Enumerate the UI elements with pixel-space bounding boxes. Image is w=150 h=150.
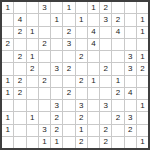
empty-cell-r2c3[interactable] [27,14,38,25]
empty-cell-r8c7[interactable] [76,88,87,99]
clue-cell-r11c5: 2 [51,125,62,136]
clue-cell-r12c12: 1 [137,137,148,148]
clue-cell-r4c1: 2 [2,39,13,50]
clue-cell-r2c10: 2 [112,14,123,25]
empty-cell-r4c11[interactable] [125,39,136,50]
empty-cell-r9c4[interactable] [39,100,50,111]
clue-cell-r6c12: 2 [137,63,148,74]
empty-cell-r2c1[interactable] [2,14,13,25]
clue-cell-r6c5: 3 [51,63,62,74]
empty-cell-r4c9[interactable] [100,39,111,50]
empty-cell-r11c6[interactable] [63,125,74,136]
empty-cell-r1c7[interactable] [76,2,87,13]
clue-cell-r9c12: 1 [137,100,148,111]
empty-cell-r7c6[interactable] [63,76,74,87]
clue-cell-r7c1: 1 [2,76,13,87]
empty-cell-r3c5[interactable] [51,27,62,38]
empty-cell-r12c3[interactable] [27,137,38,148]
clue-cell-r10c7: 2 [76,112,87,123]
clue-cell-r10c3: 1 [27,112,38,123]
empty-cell-r12c6[interactable] [63,137,74,148]
empty-cell-r6c8[interactable] [88,63,99,74]
empty-cell-r3c1[interactable] [2,27,13,38]
empty-cell-r5c4[interactable] [39,51,50,62]
clue-cell-r10c5: 2 [51,112,62,123]
clue-cell-r3c10: 4 [112,27,123,38]
clue-cell-r3c6: 2 [63,27,74,38]
empty-cell-r12c1[interactable] [2,137,13,148]
clue-cell-r4c8: 4 [88,39,99,50]
empty-cell-r6c10[interactable] [112,63,123,74]
clue-cell-r3c8: 4 [88,27,99,38]
empty-cell-r4c3[interactable] [27,39,38,50]
clue-cell-r3c12: 1 [137,27,148,38]
clue-cell-r7c7: 2 [76,76,87,87]
empty-cell-r8c12[interactable] [137,88,148,99]
empty-cell-r3c7[interactable] [76,27,87,38]
empty-cell-r1c5[interactable] [51,2,62,13]
clue-cell-r1c4: 3 [39,2,50,13]
empty-cell-r4c5[interactable] [51,39,62,50]
empty-cell-r8c9[interactable] [100,88,111,99]
clue-cell-r6c6: 2 [63,63,74,74]
empty-cell-r4c2[interactable] [14,39,25,50]
clue-cell-r4c6: 3 [63,39,74,50]
clue-cell-r8c2: 2 [14,88,25,99]
empty-cell-r8c8[interactable] [88,88,99,99]
clue-cell-r11c9: 2 [100,125,111,136]
empty-cell-r11c10[interactable] [112,125,123,136]
clue-cell-r5c11: 3 [125,51,136,62]
empty-cell-r12c2[interactable] [14,137,25,148]
clue-cell-r1c1: 1 [2,2,13,13]
clue-cell-r11c4: 3 [39,125,50,136]
clue-cell-r2c12: 1 [137,14,148,25]
empty-cell-r7c3[interactable] [27,76,38,87]
empty-cell-r9c2[interactable] [14,100,25,111]
clue-cell-r2c9: 3 [100,14,111,25]
empty-cell-r7c5[interactable] [51,76,62,87]
clue-cell-r1c9: 2 [100,2,111,13]
clue-cell-r6c11: 3 [125,63,136,74]
clue-cell-r8c10: 2 [112,88,123,99]
empty-cell-r6c2[interactable] [14,63,25,74]
empty-cell-r11c12[interactable] [137,125,148,136]
empty-cell-r12c10[interactable] [112,137,123,148]
empty-cell-r9c6[interactable] [63,100,74,111]
empty-cell-r2c6[interactable] [63,14,74,25]
clue-cell-r12c7: 2 [76,137,87,148]
clue-cell-r8c1: 1 [2,88,13,99]
clue-cell-r11c1: 1 [2,125,13,136]
empty-cell-r6c1[interactable] [2,63,13,74]
empty-cell-r6c7[interactable] [76,63,87,74]
empty-cell-r9c11[interactable] [125,100,136,111]
minesweeper-board: 1311241132121244122342123123223212221112… [0,0,150,150]
clue-cell-r10c1: 1 [2,112,13,123]
empty-cell-r4c10[interactable] [112,39,123,50]
empty-cell-r5c8[interactable] [88,51,99,62]
empty-cell-r5c10[interactable] [112,51,123,62]
empty-cell-r11c3[interactable] [27,125,38,136]
clue-cell-r10c10: 2 [112,112,123,123]
empty-cell-r7c9[interactable] [100,76,111,87]
clue-cell-r11c7: 1 [76,125,87,136]
empty-cell-r3c4[interactable] [39,27,50,38]
clue-cell-r7c2: 2 [14,76,25,87]
clue-cell-r12c5: 1 [51,137,62,148]
clue-cell-r6c9: 2 [100,63,111,74]
empty-cell-r10c8[interactable] [88,112,99,123]
empty-cell-r6c4[interactable] [39,63,50,74]
clue-cell-r2c5: 1 [51,14,62,25]
empty-cell-r10c6[interactable] [63,112,74,123]
empty-cell-r5c5[interactable] [51,51,62,62]
clue-cell-r12c9: 2 [100,137,111,148]
clue-cell-r7c10: 1 [112,76,123,87]
empty-cell-r3c11[interactable] [125,27,136,38]
clue-cell-r3c3: 1 [27,27,38,38]
clue-cell-r9c7: 3 [76,100,87,111]
clue-cell-r9c9: 3 [100,100,111,111]
empty-cell-r2c8[interactable] [88,14,99,25]
empty-cell-r8c5[interactable] [51,88,62,99]
empty-cell-r8c4[interactable] [39,88,50,99]
clue-cell-r1c8: 1 [88,2,99,13]
empty-cell-r10c2[interactable] [14,112,25,123]
clue-cell-r10c11: 3 [125,112,136,123]
clue-cell-r5c3: 1 [27,51,38,62]
empty-cell-r3c9[interactable] [100,27,111,38]
empty-cell-r1c2[interactable] [14,2,25,13]
clue-cell-r7c4: 2 [39,76,50,87]
empty-cell-r9c10[interactable] [112,100,123,111]
empty-cell-r1c3[interactable] [27,2,38,13]
clue-cell-r11c11: 2 [125,125,136,136]
empty-cell-r12c11[interactable] [125,137,136,148]
clue-cell-r4c4: 2 [39,39,50,50]
empty-cell-r4c7[interactable] [76,39,87,50]
empty-cell-r10c9[interactable] [100,112,111,123]
empty-cell-r1c11[interactable] [125,2,136,13]
empty-cell-r9c1[interactable] [2,100,13,111]
empty-cell-r7c11[interactable] [125,76,136,87]
empty-cell-r2c11[interactable] [125,14,136,25]
empty-cell-r9c8[interactable] [88,100,99,111]
clue-cell-r1c6: 1 [63,2,74,13]
empty-cell-r12c8[interactable] [88,137,99,148]
clue-cell-r7c8: 1 [88,76,99,87]
empty-cell-r11c8[interactable] [88,125,99,136]
empty-cell-r5c1[interactable] [2,51,13,62]
empty-cell-r1c12[interactable] [137,2,148,13]
clue-cell-r9c5: 3 [51,100,62,111]
empty-cell-r11c2[interactable] [14,125,25,136]
clue-cell-r2c7: 1 [76,14,87,25]
clue-cell-r12c4: 1 [39,137,50,148]
empty-cell-r5c6[interactable] [63,51,74,62]
empty-cell-r8c3[interactable] [27,88,38,99]
empty-cell-r7c12[interactable] [137,76,148,87]
empty-cell-r1c10[interactable] [112,2,123,13]
empty-cell-r2c4[interactable] [39,14,50,25]
clue-cell-r2c2: 4 [14,14,25,25]
clue-cell-r5c12: 1 [137,51,148,62]
clue-cell-r8c11: 4 [125,88,136,99]
empty-cell-r9c3[interactable] [27,100,38,111]
clue-cell-r6c3: 2 [27,63,38,74]
clue-cell-r5c7: 2 [76,51,87,62]
clue-cell-r5c2: 2 [14,51,25,62]
empty-cell-r10c12[interactable] [137,112,148,123]
empty-cell-r5c9[interactable] [100,51,111,62]
empty-cell-r10c4[interactable] [39,112,50,123]
clue-cell-r3c2: 2 [14,27,25,38]
empty-cell-r4c12[interactable] [137,39,148,50]
clue-cell-r8c6: 2 [63,88,74,99]
